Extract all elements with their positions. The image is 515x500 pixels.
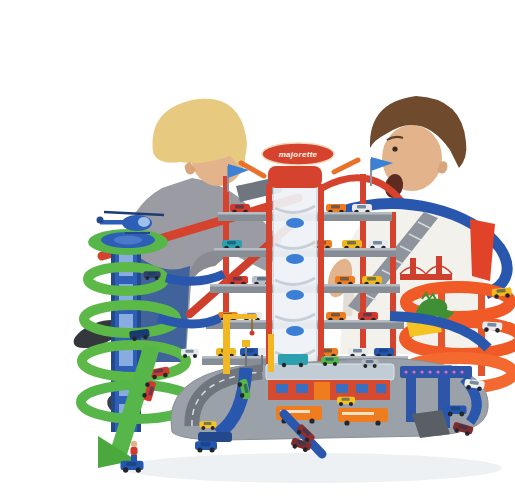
majorette-logo-text: majorette bbox=[279, 150, 318, 159]
tower-core-rail-l bbox=[111, 246, 115, 432]
product-photo: majorette bbox=[40, 16, 515, 500]
launcher-end bbox=[198, 432, 232, 442]
station-door bbox=[314, 382, 330, 400]
floor-shadow bbox=[122, 453, 502, 483]
helicopter-tail-rotor bbox=[97, 217, 104, 224]
helicopter-tail bbox=[100, 220, 124, 225]
tower-cap bbox=[268, 166, 322, 188]
station-building bbox=[266, 364, 394, 400]
right-child-eye bbox=[392, 146, 397, 151]
pedestrian-figure bbox=[131, 441, 138, 462]
red-column-right bbox=[360, 174, 366, 358]
helicopter-cockpit bbox=[138, 217, 150, 227]
